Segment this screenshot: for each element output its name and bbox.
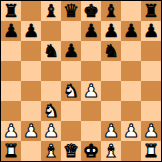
square-b5[interactable] [21, 61, 41, 81]
square-a4[interactable] [1, 81, 21, 101]
square-h8[interactable]: ♜ [141, 1, 161, 21]
piece-white-pawn[interactable]: ♟ [43, 121, 59, 141]
piece-white-queen[interactable]: ♛ [63, 141, 79, 161]
chess-board: ♜♝♛♚♝♜♟♟♟♟♟♟♞♟♞♞♟♞♟♟♟♟♟♟♜♝♛♚♝♜ [0, 0, 162, 162]
piece-black-pawn[interactable]: ♟ [143, 21, 159, 41]
piece-black-pawn[interactable]: ♟ [103, 21, 119, 41]
square-g5[interactable] [121, 61, 141, 81]
piece-black-rook[interactable]: ♜ [3, 1, 19, 21]
square-f6[interactable]: ♞ [101, 41, 121, 61]
square-d7[interactable] [61, 21, 81, 41]
square-h4[interactable] [141, 81, 161, 101]
square-a1[interactable]: ♜ [1, 141, 21, 161]
square-e3[interactable] [81, 101, 101, 121]
square-e6[interactable] [81, 41, 101, 61]
square-d3[interactable] [61, 101, 81, 121]
square-a7[interactable]: ♟ [1, 21, 21, 41]
square-a6[interactable] [1, 41, 21, 61]
piece-white-pawn[interactable]: ♟ [123, 121, 139, 141]
square-h3[interactable] [141, 101, 161, 121]
square-g8[interactable] [121, 1, 141, 21]
piece-white-pawn[interactable]: ♟ [83, 81, 99, 101]
piece-white-knight[interactable]: ♞ [43, 101, 59, 121]
square-a3[interactable] [1, 101, 21, 121]
square-d1[interactable]: ♛ [61, 141, 81, 161]
square-f1[interactable]: ♝ [101, 141, 121, 161]
square-h5[interactable] [141, 61, 161, 81]
square-b2[interactable]: ♟ [21, 121, 41, 141]
square-c7[interactable] [41, 21, 61, 41]
square-c5[interactable] [41, 61, 61, 81]
square-a8[interactable]: ♜ [1, 1, 21, 21]
piece-white-king[interactable]: ♚ [83, 141, 99, 161]
piece-black-pawn[interactable]: ♟ [83, 21, 99, 41]
piece-white-pawn[interactable]: ♟ [143, 121, 159, 141]
square-c2[interactable]: ♟ [41, 121, 61, 141]
piece-black-rook[interactable]: ♜ [143, 1, 159, 21]
square-g2[interactable]: ♟ [121, 121, 141, 141]
square-e8[interactable]: ♚ [81, 1, 101, 21]
square-e2[interactable] [81, 121, 101, 141]
square-g7[interactable]: ♟ [121, 21, 141, 41]
square-h7[interactable]: ♟ [141, 21, 161, 41]
square-g3[interactable] [121, 101, 141, 121]
piece-black-bishop[interactable]: ♝ [103, 1, 119, 21]
piece-black-queen[interactable]: ♛ [63, 1, 79, 21]
square-f7[interactable]: ♟ [101, 21, 121, 41]
square-e1[interactable]: ♚ [81, 141, 101, 161]
square-d8[interactable]: ♛ [61, 1, 81, 21]
piece-white-knight[interactable]: ♞ [63, 81, 79, 101]
square-h2[interactable]: ♟ [141, 121, 161, 141]
piece-black-king[interactable]: ♚ [83, 1, 99, 21]
square-b6[interactable] [21, 41, 41, 61]
piece-black-pawn[interactable]: ♟ [123, 21, 139, 41]
square-h6[interactable] [141, 41, 161, 61]
piece-white-rook[interactable]: ♜ [3, 141, 19, 161]
square-b4[interactable] [21, 81, 41, 101]
chess-board-container: ♜♝♛♚♝♜♟♟♟♟♟♟♞♟♞♞♟♞♟♟♟♟♟♟♜♝♛♚♝♜ [0, 0, 162, 162]
square-f3[interactable] [101, 101, 121, 121]
square-d4[interactable]: ♞ [61, 81, 81, 101]
square-b3[interactable] [21, 101, 41, 121]
square-g4[interactable] [121, 81, 141, 101]
piece-white-pawn[interactable]: ♟ [103, 121, 119, 141]
square-c8[interactable]: ♝ [41, 1, 61, 21]
square-f5[interactable] [101, 61, 121, 81]
square-f4[interactable] [101, 81, 121, 101]
piece-white-rook[interactable]: ♜ [143, 141, 159, 161]
piece-black-knight[interactable]: ♞ [43, 41, 59, 61]
square-e4[interactable]: ♟ [81, 81, 101, 101]
square-c1[interactable]: ♝ [41, 141, 61, 161]
piece-white-bishop[interactable]: ♝ [103, 141, 119, 161]
square-d5[interactable] [61, 61, 81, 81]
piece-black-pawn[interactable]: ♟ [23, 21, 39, 41]
piece-white-bishop[interactable]: ♝ [43, 141, 59, 161]
piece-white-pawn[interactable]: ♟ [3, 121, 19, 141]
piece-black-pawn[interactable]: ♟ [3, 21, 19, 41]
piece-black-bishop[interactable]: ♝ [43, 1, 59, 21]
square-a5[interactable] [1, 61, 21, 81]
square-g6[interactable] [121, 41, 141, 61]
square-b7[interactable]: ♟ [21, 21, 41, 41]
square-e5[interactable] [81, 61, 101, 81]
square-a2[interactable]: ♟ [1, 121, 21, 141]
piece-white-pawn[interactable]: ♟ [23, 121, 39, 141]
square-g1[interactable] [121, 141, 141, 161]
square-f2[interactable]: ♟ [101, 121, 121, 141]
square-f8[interactable]: ♝ [101, 1, 121, 21]
square-h1[interactable]: ♜ [141, 141, 161, 161]
square-c3[interactable]: ♞ [41, 101, 61, 121]
square-d2[interactable] [61, 121, 81, 141]
square-c4[interactable] [41, 81, 61, 101]
piece-black-knight[interactable]: ♞ [103, 41, 119, 61]
square-c6[interactable]: ♞ [41, 41, 61, 61]
square-d6[interactable]: ♟ [61, 41, 81, 61]
square-e7[interactable]: ♟ [81, 21, 101, 41]
square-b8[interactable] [21, 1, 41, 21]
piece-black-pawn[interactable]: ♟ [63, 41, 79, 61]
square-b1[interactable] [21, 141, 41, 161]
